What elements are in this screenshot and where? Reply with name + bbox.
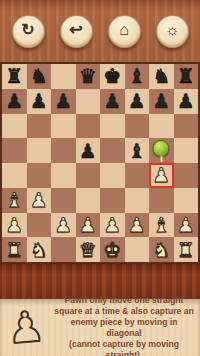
piece-black-rook: ♜: [177, 66, 195, 86]
square-d1[interactable]: ♛: [76, 237, 101, 262]
square-f5[interactable]: ♝: [125, 138, 150, 163]
piece-white-pawn: ♟: [30, 190, 48, 210]
piece-white-rook: ♜: [5, 240, 23, 260]
piece-black-pawn: ♟: [30, 91, 48, 111]
square-c7[interactable]: ♟: [51, 89, 76, 114]
tutorial-text: Pawn only move one straight square at a …: [52, 295, 200, 356]
piece-black-pawn: ♟: [103, 91, 121, 111]
square-b5[interactable]: [27, 138, 52, 163]
piece-black-pawn: ♟: [177, 91, 195, 111]
square-g5[interactable]: [149, 138, 174, 163]
piece-black-pawn: ♟: [54, 91, 72, 111]
chess-board: ♜♞♛♚♝♞♜♟♟♟♟♟♟♟♟♝♟♝♟♟♟♟♟♟♝♟♜♞♛♚♞♜: [0, 62, 200, 264]
square-a2[interactable]: ♟: [2, 213, 27, 238]
square-b4[interactable]: [27, 163, 52, 188]
square-g7[interactable]: ♟: [149, 89, 174, 114]
square-b7[interactable]: ♟: [27, 89, 52, 114]
piece-black-queen: ♛: [79, 66, 97, 86]
square-f8[interactable]: ♝: [125, 64, 150, 89]
piece-white-pawn: ♟: [79, 215, 97, 235]
square-e2[interactable]: ♟: [100, 213, 125, 238]
piece-black-pawn: ♟: [128, 91, 146, 111]
tutorial-line-3: enemy piece by moving in diagonal: [52, 317, 196, 339]
square-h2[interactable]: ♟: [174, 213, 199, 238]
square-f1[interactable]: [125, 237, 150, 262]
square-f7[interactable]: ♟: [125, 89, 150, 114]
piece-black-pawn: ♟: [79, 141, 97, 161]
piece-black-pawn: ♟: [5, 91, 23, 111]
piece-white-knight: ♞: [152, 240, 170, 260]
square-e5[interactable]: [100, 138, 125, 163]
square-a7[interactable]: ♟: [2, 89, 27, 114]
square-e7[interactable]: ♟: [100, 89, 125, 114]
tutorial-panel: ♟ Pawn only move one straight square at …: [0, 299, 200, 356]
pawn-outline-icon: ♟: [0, 307, 52, 349]
square-d2[interactable]: ♟: [76, 213, 101, 238]
square-c4[interactable]: [51, 163, 76, 188]
square-h4[interactable]: [174, 163, 199, 188]
square-d8[interactable]: ♛: [76, 64, 101, 89]
piece-black-knight: ♞: [30, 66, 48, 86]
tutorial-line-4: (cannot capture by moving straight).: [52, 339, 196, 356]
top-toolbar: ↻ ↩ ⌂ ☼: [0, 0, 200, 62]
piece-white-queen: ♛: [79, 240, 97, 260]
undo-button[interactable]: ↩: [60, 15, 93, 48]
hint-icon: ☼: [165, 22, 180, 38]
square-a5[interactable]: [2, 138, 27, 163]
piece-black-knight: ♞: [152, 66, 170, 86]
square-b1[interactable]: ♞: [27, 237, 52, 262]
square-d4[interactable]: [76, 163, 101, 188]
square-g8[interactable]: ♞: [149, 64, 174, 89]
undo-icon: ↩: [69, 22, 82, 38]
square-e8[interactable]: ♚: [100, 64, 125, 89]
square-a1[interactable]: ♜: [2, 237, 27, 262]
piece-white-pawn: ♟: [5, 215, 23, 235]
square-h7[interactable]: ♟: [174, 89, 199, 114]
square-b6[interactable]: [27, 114, 52, 139]
square-g1[interactable]: ♞: [149, 237, 174, 262]
square-c2[interactable]: ♟: [51, 213, 76, 238]
piece-white-pawn: ♟: [103, 215, 121, 235]
square-a8[interactable]: ♜: [2, 64, 27, 89]
piece-black-king: ♚: [103, 66, 121, 86]
square-g3[interactable]: [149, 188, 174, 213]
square-d7[interactable]: [76, 89, 101, 114]
square-d3[interactable]: [76, 188, 101, 213]
home-icon: ⌂: [119, 22, 129, 38]
square-a3[interactable]: ♝: [2, 188, 27, 213]
restart-button[interactable]: ↻: [12, 15, 45, 48]
piece-black-rook: ♜: [5, 66, 23, 86]
square-c8[interactable]: [51, 64, 76, 89]
hint-button[interactable]: ☼: [156, 15, 189, 48]
piece-white-pawn: ♟: [177, 215, 195, 235]
square-h6[interactable]: [174, 114, 199, 139]
square-h1[interactable]: ♜: [174, 237, 199, 262]
home-button[interactable]: ⌂: [108, 15, 141, 48]
square-d5[interactable]: ♟: [76, 138, 101, 163]
square-h3[interactable]: [174, 188, 199, 213]
piece-black-bishop: ♝: [128, 141, 146, 161]
square-b2[interactable]: [27, 213, 52, 238]
piece-black-bishop: ♝: [128, 66, 146, 86]
piece-white-pawn: ♟: [54, 215, 72, 235]
hint-marker: [153, 140, 170, 157]
square-c6[interactable]: [51, 114, 76, 139]
square-h5[interactable]: [174, 138, 199, 163]
square-c1[interactable]: [51, 237, 76, 262]
square-f4[interactable]: [125, 163, 150, 188]
piece-white-rook: ♜: [177, 240, 195, 260]
square-d6[interactable]: [76, 114, 101, 139]
square-a6[interactable]: [2, 114, 27, 139]
piece-white-bishop: ♝: [5, 190, 23, 210]
square-f3[interactable]: [125, 188, 150, 213]
square-g6[interactable]: [149, 114, 174, 139]
restart-icon: ↻: [21, 22, 34, 38]
square-g2[interactable]: ♝: [149, 213, 174, 238]
square-h8[interactable]: ♜: [174, 64, 199, 89]
square-c5[interactable]: [51, 138, 76, 163]
piece-white-pawn: ♟: [152, 165, 170, 185]
square-a4[interactable]: [2, 163, 27, 188]
square-b8[interactable]: ♞: [27, 64, 52, 89]
tutorial-line-2: square at a time & also capture an: [52, 306, 196, 317]
square-g4[interactable]: ♟: [149, 163, 174, 188]
square-e3[interactable]: [100, 188, 125, 213]
tutorial-line-1: Pawn only move one straight: [52, 295, 196, 306]
square-b3[interactable]: ♟: [27, 188, 52, 213]
piece-white-king: ♚: [103, 240, 121, 260]
square-f6[interactable]: [125, 114, 150, 139]
piece-white-knight: ♞: [30, 240, 48, 260]
square-e4[interactable]: [100, 163, 125, 188]
square-e1[interactable]: ♚: [100, 237, 125, 262]
square-f2[interactable]: ♟: [125, 213, 150, 238]
piece-white-bishop: ♝: [152, 215, 170, 235]
square-e6[interactable]: [100, 114, 125, 139]
square-c3[interactable]: [51, 188, 76, 213]
piece-black-pawn: ♟: [152, 91, 170, 111]
piece-white-pawn: ♟: [128, 215, 146, 235]
